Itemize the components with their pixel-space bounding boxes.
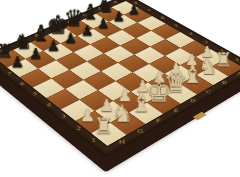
coord-label: B <box>96 4 105 14</box>
board-grid: ♜♞♝♛♚♝♞♜♟♟♟♟♟♟♟♟♟♟♟♟♟♟♟♟♜♞♝♛♚♝♞♜ <box>0 1 240 146</box>
white-rook-h1: ♜ <box>68 115 140 137</box>
product-photo-chess-set: ABCDEFGH ABCDEFGH 87654321 87654321 ♜♞♝♛… <box>0 0 240 177</box>
coord-label: 6 <box>152 15 172 20</box>
coord-label: 3 <box>195 40 217 45</box>
coord-label: A <box>111 0 120 7</box>
chess-box: ABCDEFGH ABCDEFGH 87654321 87654321 ♜♞♝♛… <box>0 0 240 157</box>
black-pawn-h7: ♟ <box>0 55 49 70</box>
board-square <box>104 46 135 63</box>
brass-clasp <box>193 112 207 120</box>
board-frame: ABCDEFGH ABCDEFGH 87654321 87654321 ♜♞♝♛… <box>0 0 240 157</box>
coord-label: 8 <box>126 1 145 5</box>
camera-perspective: ABCDEFGH ABCDEFGH 87654321 87654321 ♜♞♝♛… <box>0 0 240 177</box>
coord-label: 4 <box>180 31 201 36</box>
coord-label: C <box>80 10 90 20</box>
coord-label: 7 <box>139 8 159 13</box>
coord-label: 5 <box>166 23 187 28</box>
coord-label: E <box>48 23 59 34</box>
coord-label: D <box>65 17 75 27</box>
